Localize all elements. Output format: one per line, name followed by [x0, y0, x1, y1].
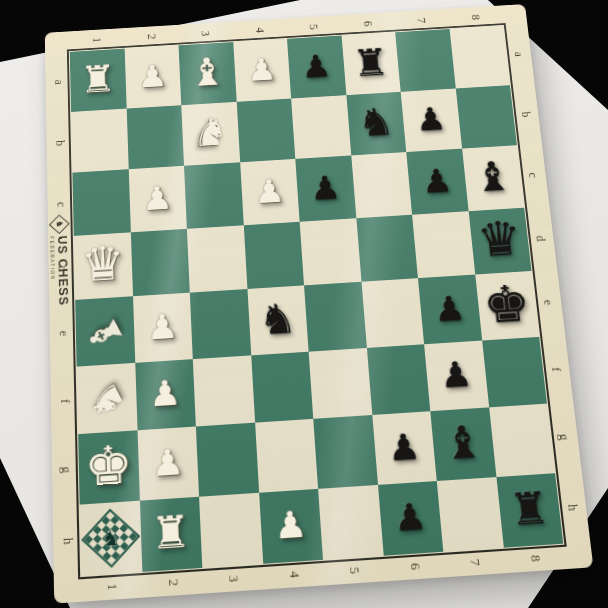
square-b4[interactable]	[236, 98, 295, 162]
chess-board: ♜♟♝♟♟♜♞♞♟♟♟♟♟♝♛♛♝♟♞♟♚♞♟♟♚♟♟♝♞♜♟♟♜	[70, 26, 563, 576]
square-c5[interactable]: ♟	[295, 155, 356, 221]
white-rook-h2[interactable]: ♜	[150, 510, 191, 557]
white-king-g1[interactable]: ♚	[84, 438, 134, 494]
white-pawn-f2[interactable]: ♟	[149, 376, 182, 413]
square-c3[interactable]	[184, 162, 243, 228]
file-label-right-a: a	[485, 43, 552, 65]
square-f5[interactable]	[309, 347, 372, 418]
square-b2[interactable]	[126, 105, 184, 169]
square-f1[interactable]: ♞	[77, 362, 137, 434]
square-e6[interactable]	[361, 278, 424, 347]
file-label-left-b: b	[26, 131, 93, 154]
white-pawn-e2[interactable]: ♟	[146, 309, 179, 345]
white-pawn-c4[interactable]: ♟	[253, 175, 286, 209]
square-b7[interactable]: ♟	[401, 88, 462, 152]
square-f2[interactable]: ♟	[135, 359, 196, 431]
file-label-left-h: h	[31, 527, 103, 554]
square-g5[interactable]	[313, 415, 377, 488]
black-rook-a6[interactable]: ♜	[351, 44, 390, 82]
white-bishop-e1[interactable]: ♝	[78, 308, 132, 359]
rank-label-bottom-2: 2	[161, 552, 185, 608]
square-d6[interactable]	[356, 214, 418, 282]
black-knight-b6[interactable]: ♞	[356, 103, 395, 142]
black-pawn-a5[interactable]: ♟	[300, 51, 332, 83]
square-e8[interactable]: ♚	[475, 271, 539, 340]
square-e3[interactable]	[190, 289, 251, 359]
square-e1[interactable]: ♝	[75, 296, 135, 366]
square-a6[interactable]: ♜	[341, 32, 401, 94]
rank-label-top-2: 2	[141, 12, 162, 62]
square-g4[interactable]	[255, 419, 318, 492]
square-c6[interactable]	[351, 152, 412, 218]
square-d4[interactable]	[243, 221, 304, 289]
black-pawn-e7[interactable]: ♟	[432, 291, 467, 326]
square-e5[interactable]	[304, 282, 366, 351]
square-e4[interactable]: ♞	[247, 285, 309, 355]
rank-label-top-7: 7	[409, 0, 433, 46]
rank-label-bottom-3: 3	[221, 547, 245, 608]
square-b3[interactable]: ♞	[181, 101, 239, 165]
black-pawn-c5[interactable]: ♟	[309, 171, 342, 205]
white-pawn-c2[interactable]: ♟	[141, 182, 173, 216]
square-d5[interactable]	[300, 218, 361, 286]
square-f3[interactable]	[193, 355, 255, 427]
square-d3[interactable]	[187, 225, 247, 293]
square-e7[interactable]: ♟	[418, 275, 482, 344]
black-pawn-g6[interactable]: ♟	[386, 429, 421, 467]
square-b6[interactable]: ♞	[346, 91, 406, 155]
square-g7[interactable]: ♝	[430, 407, 496, 480]
rank-label-bottom-1: 1	[101, 556, 124, 608]
square-a3[interactable]: ♝	[179, 42, 237, 105]
square-g1[interactable]: ♚	[78, 430, 139, 504]
file-label-right-f: f	[520, 356, 591, 381]
us-chess-name: US CHESS	[56, 235, 72, 306]
black-knight-e4[interactable]: ♞	[258, 298, 298, 341]
black-bishop-g7[interactable]: ♝	[441, 419, 486, 466]
rank-label-bottom-4: 4	[281, 543, 306, 606]
square-c2[interactable]: ♟	[128, 166, 187, 232]
square-c4[interactable]: ♟	[240, 159, 300, 225]
rank-label-top-5: 5	[302, 2, 324, 52]
white-pawn-g2[interactable]: ♟	[151, 444, 185, 482]
white-pawn-h4[interactable]: ♟	[273, 506, 308, 545]
white-knight-f1[interactable]: ♞	[80, 376, 133, 426]
black-rook-h8[interactable]: ♜	[507, 486, 551, 532]
white-pawn-a4[interactable]: ♟	[246, 54, 278, 86]
white-queen-d1[interactable]: ♛	[80, 240, 126, 290]
rank-label-top-4: 4	[248, 5, 270, 55]
us-chess-branding: ♞ US CHESS FEDERATION	[49, 217, 73, 351]
square-f7[interactable]: ♟	[424, 340, 489, 411]
square-d7[interactable]	[412, 211, 475, 278]
vinyl-chess-mat: abcdefgh abcdefgh 12345678 12345678 ♞ US…	[45, 4, 594, 604]
black-king-e8[interactable]: ♚	[481, 278, 533, 331]
square-f6[interactable]	[366, 344, 430, 415]
black-pawn-c7[interactable]: ♟	[420, 164, 454, 198]
black-pawn-h6[interactable]: ♟	[392, 499, 428, 538]
square-d1[interactable]: ♛	[74, 232, 133, 300]
file-label-right-b: b	[492, 103, 560, 126]
square-g6[interactable]: ♟	[372, 411, 437, 484]
black-pawn-b7[interactable]: ♟	[414, 103, 447, 136]
white-pawn-a2[interactable]: ♟	[137, 60, 168, 92]
us-chess-emblem-icon: ♞	[49, 215, 70, 235]
white-bishop-a3[interactable]: ♝	[188, 52, 227, 92]
white-rook-a1[interactable]: ♜	[79, 60, 116, 99]
square-c7[interactable]: ♟	[406, 149, 468, 215]
square-d2[interactable]	[130, 228, 189, 296]
black-queen-d8[interactable]: ♛	[475, 215, 524, 264]
file-label-right-g: g	[528, 424, 600, 450]
square-b5[interactable]	[291, 95, 351, 159]
square-g2[interactable]: ♟	[137, 426, 199, 500]
white-knight-b3[interactable]: ♞	[191, 113, 229, 153]
square-e2[interactable]: ♟	[133, 293, 193, 363]
black-bishop-c8[interactable]: ♝	[471, 156, 514, 198]
square-f4[interactable]	[251, 351, 314, 422]
square-g3[interactable]	[196, 423, 259, 497]
black-pawn-f7[interactable]: ♟	[439, 357, 474, 393]
